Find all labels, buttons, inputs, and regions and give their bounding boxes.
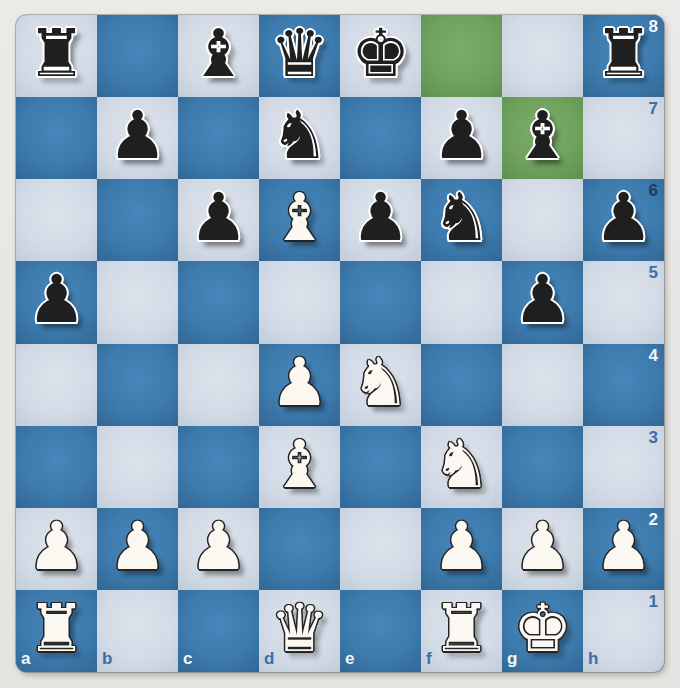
piece-black-rook[interactable]: ♜	[16, 15, 97, 97]
chess-board-frame: ♜♝♛♚8♜♟♞♟♝7♟♝♟♞6♟♟♟5♟♞4♝♞3♟♟♟♟♟2♟a♜bcd♛e…	[16, 15, 664, 672]
piece-black-pawn[interactable]: ♟	[340, 179, 421, 261]
square-a7[interactable]	[16, 97, 97, 179]
piece-white-pawn[interactable]: ♟	[259, 344, 340, 426]
square-h7[interactable]: 7	[583, 97, 664, 179]
square-g1[interactable]: g♚	[502, 590, 583, 672]
rank-label-1: 1	[649, 592, 658, 612]
file-label-e: e	[345, 649, 354, 669]
square-a1[interactable]: a♜	[16, 590, 97, 672]
square-e1[interactable]: e	[340, 590, 421, 672]
piece-white-king[interactable]: ♚	[502, 590, 583, 672]
square-c1[interactable]: c	[178, 590, 259, 672]
square-g5[interactable]: ♟	[502, 261, 583, 343]
square-g8[interactable]	[502, 15, 583, 97]
piece-black-king[interactable]: ♚	[340, 15, 421, 97]
square-c3[interactable]	[178, 426, 259, 508]
square-g3[interactable]	[502, 426, 583, 508]
square-d4[interactable]: ♟	[259, 344, 340, 426]
square-d6[interactable]: ♝	[259, 179, 340, 261]
square-h2[interactable]: 2♟	[583, 508, 664, 590]
file-label-h: h	[588, 649, 598, 669]
piece-white-bishop[interactable]: ♝	[259, 179, 340, 261]
piece-black-rook[interactable]: ♜	[583, 15, 664, 97]
piece-white-pawn[interactable]: ♟	[583, 508, 664, 590]
square-a5[interactable]: ♟	[16, 261, 97, 343]
square-b8[interactable]	[97, 15, 178, 97]
square-h8[interactable]: 8♜	[583, 15, 664, 97]
square-a4[interactable]	[16, 344, 97, 426]
piece-black-pawn[interactable]: ♟	[16, 261, 97, 343]
file-label-c: c	[183, 649, 192, 669]
square-c5[interactable]	[178, 261, 259, 343]
square-c7[interactable]	[178, 97, 259, 179]
square-c8[interactable]: ♝	[178, 15, 259, 97]
piece-white-pawn[interactable]: ♟	[97, 508, 178, 590]
square-c4[interactable]	[178, 344, 259, 426]
square-f6[interactable]: ♞	[421, 179, 502, 261]
square-f2[interactable]: ♟	[421, 508, 502, 590]
square-e6[interactable]: ♟	[340, 179, 421, 261]
square-c6[interactable]: ♟	[178, 179, 259, 261]
square-a6[interactable]	[16, 179, 97, 261]
square-a8[interactable]: ♜	[16, 15, 97, 97]
file-label-b: b	[102, 649, 112, 669]
rank-label-7: 7	[649, 99, 658, 119]
square-d7[interactable]: ♞	[259, 97, 340, 179]
square-f1[interactable]: f♜	[421, 590, 502, 672]
piece-black-bishop[interactable]: ♝	[178, 15, 259, 97]
piece-white-pawn[interactable]: ♟	[502, 508, 583, 590]
square-b3[interactable]	[97, 426, 178, 508]
square-h3[interactable]: 3	[583, 426, 664, 508]
square-f4[interactable]	[421, 344, 502, 426]
piece-black-queen[interactable]: ♛	[259, 15, 340, 97]
square-g4[interactable]	[502, 344, 583, 426]
square-b4[interactable]	[97, 344, 178, 426]
piece-white-pawn[interactable]: ♟	[16, 508, 97, 590]
piece-white-knight[interactable]: ♞	[340, 344, 421, 426]
square-d5[interactable]	[259, 261, 340, 343]
square-h1[interactable]: h1	[583, 590, 664, 672]
piece-white-knight[interactable]: ♞	[421, 426, 502, 508]
square-f5[interactable]	[421, 261, 502, 343]
piece-black-bishop[interactable]: ♝	[502, 97, 583, 179]
square-b2[interactable]: ♟	[97, 508, 178, 590]
piece-black-knight[interactable]: ♞	[259, 97, 340, 179]
square-d1[interactable]: d♛	[259, 590, 340, 672]
rank-label-5: 5	[649, 263, 658, 283]
square-h5[interactable]: 5	[583, 261, 664, 343]
piece-white-rook[interactable]: ♜	[16, 590, 97, 672]
chess-board: ♜♝♛♚8♜♟♞♟♝7♟♝♟♞6♟♟♟5♟♞4♝♞3♟♟♟♟♟2♟a♜bcd♛e…	[16, 15, 664, 672]
square-g2[interactable]: ♟	[502, 508, 583, 590]
square-b5[interactable]	[97, 261, 178, 343]
square-e3[interactable]	[340, 426, 421, 508]
square-h4[interactable]: 4	[583, 344, 664, 426]
square-b1[interactable]: b	[97, 590, 178, 672]
piece-black-pawn[interactable]: ♟	[502, 261, 583, 343]
square-e5[interactable]	[340, 261, 421, 343]
square-c2[interactable]: ♟	[178, 508, 259, 590]
piece-white-bishop[interactable]: ♝	[259, 426, 340, 508]
piece-white-rook[interactable]: ♜	[421, 590, 502, 672]
square-e8[interactable]: ♚	[340, 15, 421, 97]
square-d3[interactable]: ♝	[259, 426, 340, 508]
piece-black-pawn[interactable]: ♟	[97, 97, 178, 179]
square-f7[interactable]: ♟	[421, 97, 502, 179]
square-b6[interactable]	[97, 179, 178, 261]
square-g6[interactable]	[502, 179, 583, 261]
rank-label-4: 4	[649, 346, 658, 366]
piece-black-pawn[interactable]: ♟	[583, 179, 664, 261]
square-e2[interactable]	[340, 508, 421, 590]
square-d2[interactable]	[259, 508, 340, 590]
piece-black-pawn[interactable]: ♟	[178, 179, 259, 261]
square-a3[interactable]	[16, 426, 97, 508]
square-e4[interactable]: ♞	[340, 344, 421, 426]
piece-black-knight[interactable]: ♞	[421, 179, 502, 261]
square-d8[interactable]: ♛	[259, 15, 340, 97]
piece-white-queen[interactable]: ♛	[259, 590, 340, 672]
square-h6[interactable]: 6♟	[583, 179, 664, 261]
square-a2[interactable]: ♟	[16, 508, 97, 590]
piece-black-pawn[interactable]: ♟	[421, 97, 502, 179]
square-f3[interactable]: ♞	[421, 426, 502, 508]
square-f8[interactable]	[421, 15, 502, 97]
square-g7[interactable]: ♝	[502, 97, 583, 179]
rank-label-3: 3	[649, 428, 658, 448]
square-e7[interactable]	[340, 97, 421, 179]
piece-white-pawn[interactable]: ♟	[421, 508, 502, 590]
square-b7[interactable]: ♟	[97, 97, 178, 179]
piece-white-pawn[interactable]: ♟	[178, 508, 259, 590]
